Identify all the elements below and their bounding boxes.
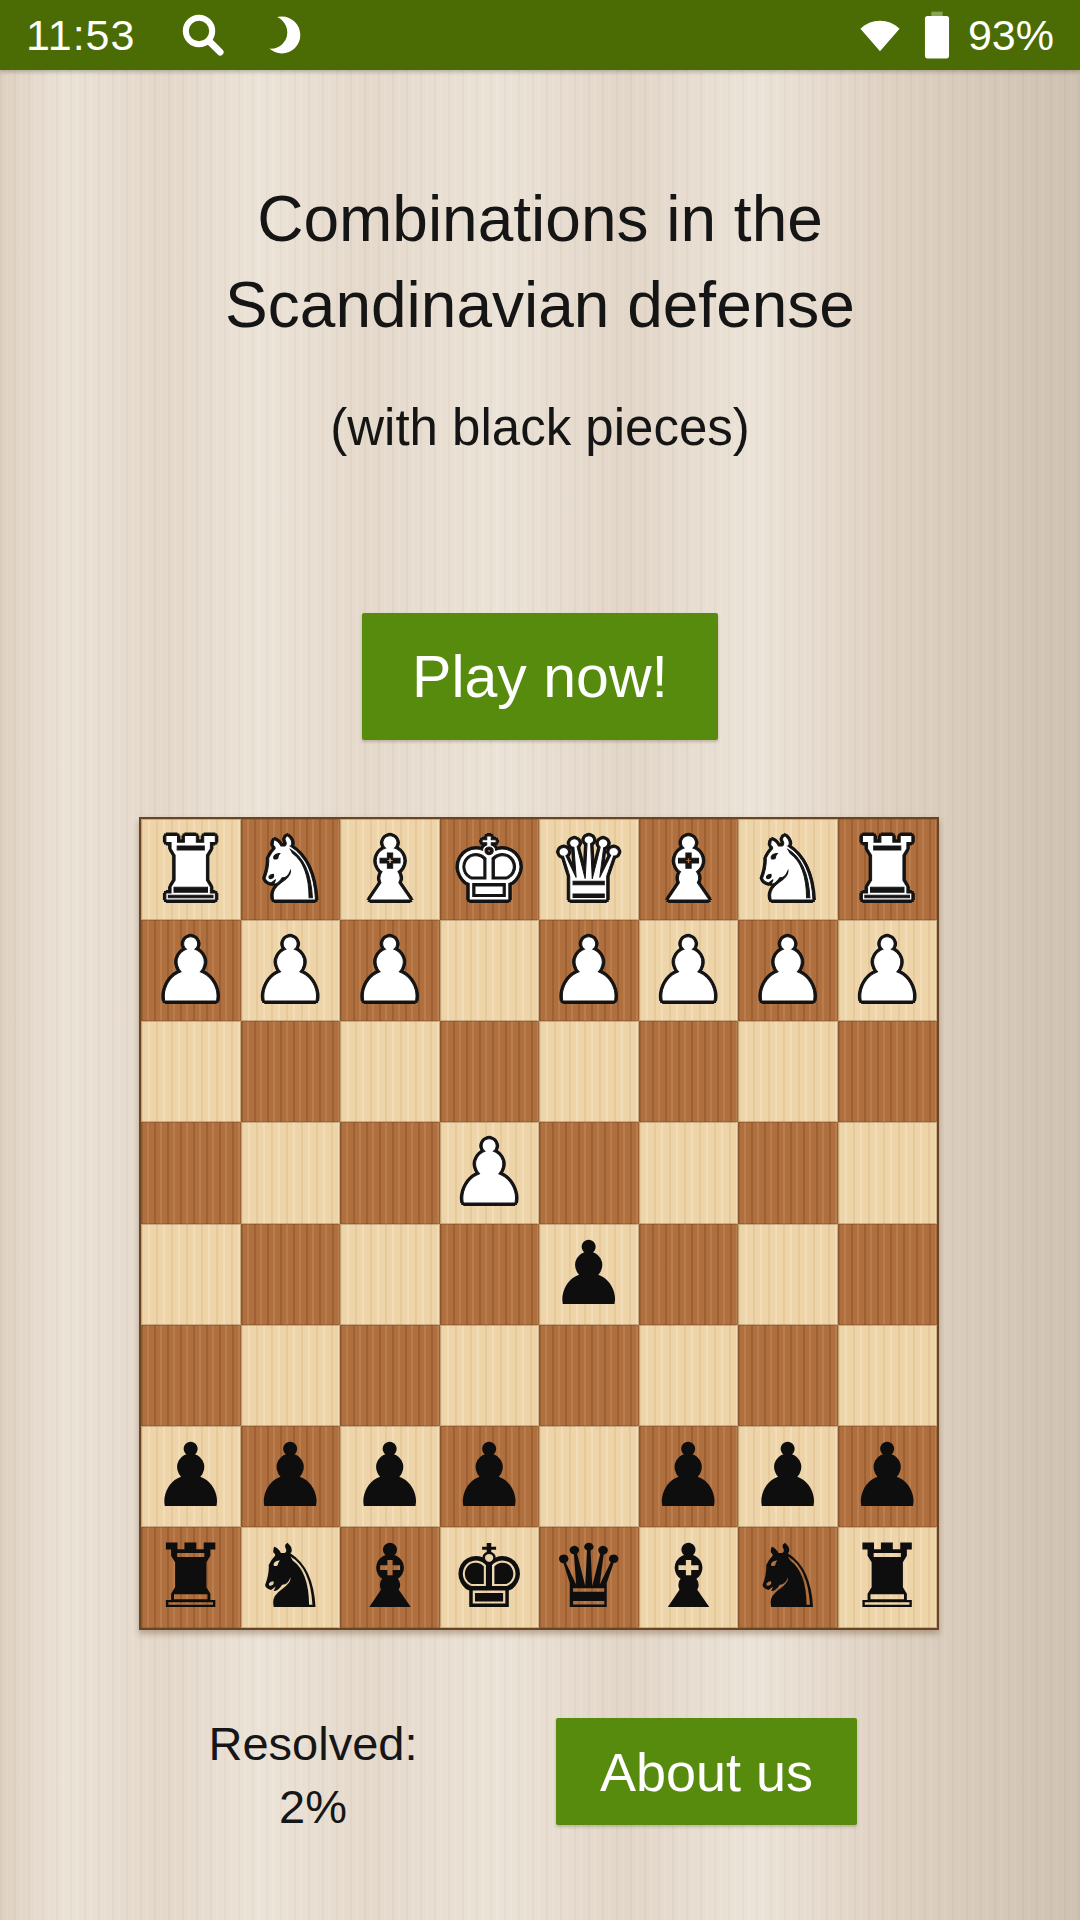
square-f1: ♝ <box>340 819 440 920</box>
square-d6 <box>539 1325 639 1426</box>
square-a5 <box>838 1224 938 1325</box>
wifi-icon <box>854 12 906 58</box>
resolved-value: 2% <box>140 1775 486 1838</box>
square-h3 <box>141 1021 241 1122</box>
square-a1: ♜ <box>838 819 938 920</box>
square-e7: ♟ <box>440 1426 540 1527</box>
square-d5: ♟ <box>539 1224 639 1325</box>
square-f6 <box>340 1325 440 1426</box>
square-b3 <box>738 1021 838 1122</box>
square-h8: ♜ <box>141 1527 241 1628</box>
square-g3 <box>241 1021 341 1122</box>
battery-percent: 93% <box>968 11 1054 60</box>
square-g1: ♞ <box>241 819 341 920</box>
square-d7 <box>539 1426 639 1527</box>
square-f2: ♟ <box>340 920 440 1021</box>
white-pawn: ♟ <box>549 927 628 1015</box>
square-h4 <box>141 1122 241 1223</box>
square-f5 <box>340 1224 440 1325</box>
square-e2 <box>440 920 540 1021</box>
square-g8: ♞ <box>241 1527 341 1628</box>
black-pawn: ♟ <box>649 1432 728 1520</box>
square-b1: ♞ <box>738 819 838 920</box>
square-g4 <box>241 1122 341 1223</box>
square-c7: ♟ <box>639 1426 739 1527</box>
resolved-stats: Resolved: 2% <box>140 1712 486 1838</box>
square-b8: ♞ <box>738 1527 838 1628</box>
black-pawn: ♟ <box>251 1432 330 1520</box>
square-c1: ♝ <box>639 819 739 920</box>
search-icon[interactable] <box>179 11 227 59</box>
black-pawn: ♟ <box>350 1432 429 1520</box>
square-b2: ♟ <box>738 920 838 1021</box>
square-e6 <box>440 1325 540 1426</box>
square-e3 <box>440 1021 540 1122</box>
square-b7: ♟ <box>738 1426 838 1527</box>
page-title: Combinations in the Scandinavian defense <box>0 176 1080 348</box>
white-pawn: ♟ <box>350 927 429 1015</box>
chess-board: ♜♞♝♚♛♝♞♜♟♟♟♟♟♟♟♟♟♟♟♟♟♟♟♟♜♞♝♚♛♝♞♜ <box>139 817 939 1630</box>
square-e1: ♚ <box>440 819 540 920</box>
clock: 11:53 <box>26 11 135 60</box>
page-subtitle: (with black pieces) <box>0 398 1080 457</box>
square-b6 <box>738 1325 838 1426</box>
black-bishop: ♝ <box>649 1533 728 1621</box>
white-pawn: ♟ <box>151 927 230 1015</box>
white-pawn: ♟ <box>748 927 827 1015</box>
white-knight: ♞ <box>251 826 330 914</box>
square-g6 <box>241 1325 341 1426</box>
title-line-2: Scandinavian defense <box>0 262 1080 348</box>
white-rook: ♜ <box>151 826 230 914</box>
square-f4 <box>340 1122 440 1223</box>
square-d2: ♟ <box>539 920 639 1021</box>
black-knight: ♞ <box>251 1533 330 1621</box>
white-pawn: ♟ <box>649 927 728 1015</box>
square-g7: ♟ <box>241 1426 341 1527</box>
black-pawn: ♟ <box>748 1432 827 1520</box>
white-pawn: ♟ <box>251 927 330 1015</box>
white-knight: ♞ <box>748 826 827 914</box>
square-e8: ♚ <box>440 1527 540 1628</box>
square-f8: ♝ <box>340 1527 440 1628</box>
square-c4 <box>639 1122 739 1223</box>
square-g5 <box>241 1224 341 1325</box>
black-pawn: ♟ <box>848 1432 927 1520</box>
square-a6 <box>838 1325 938 1426</box>
battery-icon <box>920 9 954 61</box>
square-h6 <box>141 1325 241 1426</box>
black-pawn: ♟ <box>549 1230 628 1318</box>
square-a4 <box>838 1122 938 1223</box>
square-g2: ♟ <box>241 920 341 1021</box>
square-d8: ♛ <box>539 1527 639 1628</box>
status-bar: 11:53 93% <box>0 0 1080 70</box>
square-b4 <box>738 1122 838 1223</box>
black-rook: ♜ <box>848 1533 927 1621</box>
white-king: ♚ <box>450 826 529 914</box>
square-a2: ♟ <box>838 920 938 1021</box>
resolved-label: Resolved: <box>140 1712 486 1775</box>
title-line-1: Combinations in the <box>0 176 1080 262</box>
white-bishop: ♝ <box>649 826 728 914</box>
black-bishop: ♝ <box>350 1533 429 1621</box>
play-now-button[interactable]: Play now! <box>362 613 718 740</box>
black-knight: ♞ <box>748 1533 827 1621</box>
square-a3 <box>838 1021 938 1122</box>
white-pawn: ♟ <box>450 1129 529 1217</box>
square-e4: ♟ <box>440 1122 540 1223</box>
square-h7: ♟ <box>141 1426 241 1527</box>
white-pawn: ♟ <box>848 927 927 1015</box>
white-queen: ♛ <box>549 826 628 914</box>
square-c5 <box>639 1224 739 1325</box>
white-rook: ♜ <box>848 826 927 914</box>
square-c8: ♝ <box>639 1527 739 1628</box>
square-c6 <box>639 1325 739 1426</box>
square-h5 <box>141 1224 241 1325</box>
black-queen: ♛ <box>549 1533 628 1621</box>
square-h2: ♟ <box>141 920 241 1021</box>
about-us-button[interactable]: About us <box>556 1718 857 1825</box>
square-d4 <box>539 1122 639 1223</box>
square-d3 <box>539 1021 639 1122</box>
black-rook: ♜ <box>151 1533 230 1621</box>
app-screen: 11:53 93% Combinations in the Scandin <box>0 0 1080 1920</box>
square-a7: ♟ <box>838 1426 938 1527</box>
square-e5 <box>440 1224 540 1325</box>
square-a8: ♜ <box>838 1527 938 1628</box>
square-f3 <box>340 1021 440 1122</box>
white-bishop: ♝ <box>350 826 429 914</box>
black-pawn: ♟ <box>151 1432 230 1520</box>
square-c3 <box>639 1021 739 1122</box>
square-c2: ♟ <box>639 920 739 1021</box>
moon-icon <box>257 12 303 58</box>
black-pawn: ♟ <box>450 1432 529 1520</box>
square-b5 <box>738 1224 838 1325</box>
square-d1: ♛ <box>539 819 639 920</box>
black-king: ♚ <box>450 1533 529 1621</box>
square-f7: ♟ <box>340 1426 440 1527</box>
square-h1: ♜ <box>141 819 241 920</box>
